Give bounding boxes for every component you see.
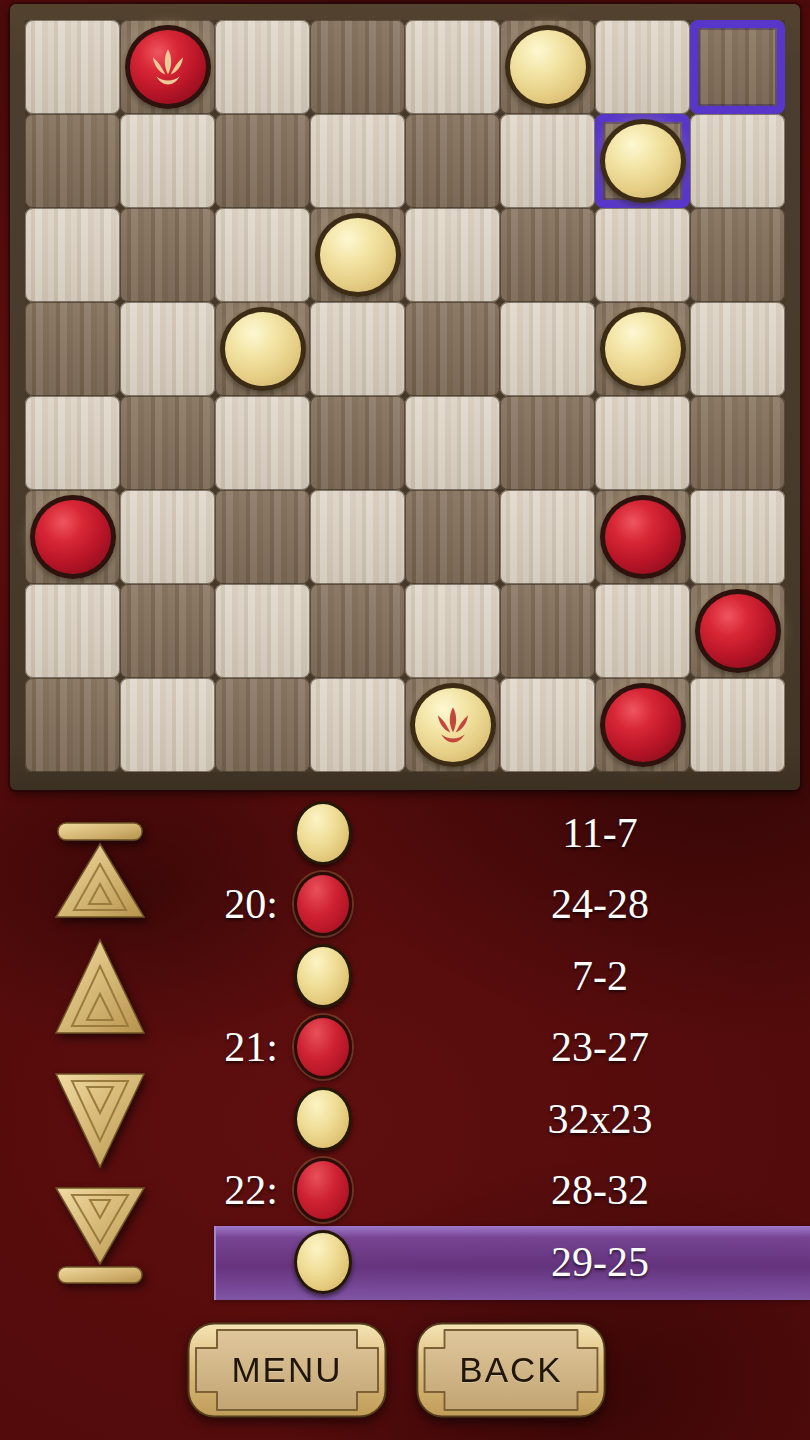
square-r8c8 bbox=[690, 678, 785, 772]
square-r8c4 bbox=[310, 678, 405, 772]
square-r3c8[interactable] bbox=[690, 208, 785, 302]
step-back-icon bbox=[52, 936, 148, 1036]
red-man-piece[interactable] bbox=[695, 589, 781, 673]
square-r1c7 bbox=[595, 20, 690, 114]
move-number: 21: bbox=[140, 1023, 278, 1071]
square-r1c1 bbox=[25, 20, 120, 114]
square-r3c2[interactable] bbox=[120, 208, 215, 302]
square-r3c4[interactable] bbox=[310, 208, 405, 302]
square-r4c1[interactable] bbox=[25, 302, 120, 396]
move-side-checker bbox=[294, 1015, 352, 1079]
square-r1c4[interactable] bbox=[310, 20, 405, 114]
yellow-king-piece[interactable] bbox=[410, 683, 496, 767]
square-r2c5[interactable] bbox=[405, 114, 500, 208]
square-r1c8[interactable] bbox=[690, 20, 785, 114]
square-r4c3[interactable] bbox=[215, 302, 310, 396]
jump-to-end-button[interactable] bbox=[52, 1186, 148, 1286]
red-man-piece[interactable] bbox=[600, 495, 686, 579]
square-r8c7[interactable] bbox=[595, 678, 690, 772]
square-r5c4[interactable] bbox=[310, 396, 405, 490]
square-r6c3[interactable] bbox=[215, 490, 310, 584]
move-notation: 11-7 bbox=[430, 809, 770, 857]
step-forward-button[interactable] bbox=[52, 1070, 148, 1170]
square-r5c8[interactable] bbox=[690, 396, 785, 490]
square-r5c1 bbox=[25, 396, 120, 490]
checkers-game-screen: 11-7 20: 24-28 7-2 21: 23-27 32x23 22: 2… bbox=[0, 0, 810, 1440]
move-number: 20: bbox=[140, 880, 278, 928]
square-r6c7[interactable] bbox=[595, 490, 690, 584]
square-r6c4 bbox=[310, 490, 405, 584]
move-number: 22: bbox=[140, 1166, 278, 1214]
square-r6c2 bbox=[120, 490, 215, 584]
move-notation: 32x23 bbox=[430, 1095, 770, 1143]
square-r7c1 bbox=[25, 584, 120, 678]
square-r8c6 bbox=[500, 678, 595, 772]
square-r5c5 bbox=[405, 396, 500, 490]
square-r4c6 bbox=[500, 302, 595, 396]
square-r3c3 bbox=[215, 208, 310, 302]
square-r3c1 bbox=[25, 208, 120, 302]
back-button[interactable]: BACK bbox=[416, 1322, 606, 1418]
square-r4c4 bbox=[310, 302, 405, 396]
red-man-piece[interactable] bbox=[30, 495, 116, 579]
king-crown-icon bbox=[431, 704, 475, 746]
square-r7c8[interactable] bbox=[690, 584, 785, 678]
square-r2c2 bbox=[120, 114, 215, 208]
square-r1c2[interactable] bbox=[120, 20, 215, 114]
move-side-checker bbox=[294, 1087, 352, 1151]
square-r7c6[interactable] bbox=[500, 584, 595, 678]
jump-to-start-icon bbox=[52, 820, 148, 920]
square-r2c8 bbox=[690, 114, 785, 208]
square-r2c4 bbox=[310, 114, 405, 208]
square-r2c7[interactable] bbox=[595, 114, 690, 208]
square-r6c6 bbox=[500, 490, 595, 584]
square-r7c5 bbox=[405, 584, 500, 678]
move-notation: 28-32 bbox=[430, 1166, 770, 1214]
step-forward-icon bbox=[52, 1070, 148, 1170]
move-side-checker bbox=[294, 1230, 352, 1294]
move-side-checker bbox=[294, 872, 352, 936]
red-king-piece[interactable] bbox=[125, 25, 211, 109]
square-r6c5[interactable] bbox=[405, 490, 500, 584]
square-r5c3 bbox=[215, 396, 310, 490]
move-notation: 29-25 bbox=[430, 1238, 770, 1286]
square-r3c6[interactable] bbox=[500, 208, 595, 302]
jump-to-start-button[interactable] bbox=[52, 820, 148, 920]
square-r2c1[interactable] bbox=[25, 114, 120, 208]
square-r8c1[interactable] bbox=[25, 678, 120, 772]
board-grid bbox=[25, 20, 785, 772]
square-r5c6[interactable] bbox=[500, 396, 595, 490]
square-r4c8 bbox=[690, 302, 785, 396]
king-crown-icon bbox=[146, 46, 190, 88]
square-r1c6[interactable] bbox=[500, 20, 595, 114]
menu-button-label: MENU bbox=[231, 1350, 342, 1390]
square-r7c2[interactable] bbox=[120, 584, 215, 678]
square-r3c5 bbox=[405, 208, 500, 302]
square-r4c5[interactable] bbox=[405, 302, 500, 396]
yellow-man-piece[interactable] bbox=[600, 119, 686, 203]
menu-button[interactable]: MENU bbox=[187, 1322, 387, 1418]
square-r3c7 bbox=[595, 208, 690, 302]
square-r8c2 bbox=[120, 678, 215, 772]
checkers-board bbox=[10, 4, 800, 790]
move-notation: 7-2 bbox=[430, 952, 770, 1000]
move-notation: 23-27 bbox=[430, 1023, 770, 1071]
square-r6c1[interactable] bbox=[25, 490, 120, 584]
move-side-checker bbox=[294, 944, 352, 1008]
square-r7c7 bbox=[595, 584, 690, 678]
square-r7c4[interactable] bbox=[310, 584, 405, 678]
move-notation: 24-28 bbox=[430, 880, 770, 928]
square-r2c6 bbox=[500, 114, 595, 208]
square-r2c3[interactable] bbox=[215, 114, 310, 208]
square-r4c7[interactable] bbox=[595, 302, 690, 396]
square-r5c2[interactable] bbox=[120, 396, 215, 490]
square-r8c3[interactable] bbox=[215, 678, 310, 772]
back-button-label: BACK bbox=[459, 1350, 562, 1390]
yellow-man-piece[interactable] bbox=[505, 25, 591, 109]
move-side-checker bbox=[294, 1158, 352, 1222]
square-r8c5[interactable] bbox=[405, 678, 500, 772]
yellow-man-piece[interactable] bbox=[220, 307, 306, 391]
red-man-piece[interactable] bbox=[600, 683, 686, 767]
move-side-checker bbox=[294, 801, 352, 865]
square-r1c5 bbox=[405, 20, 500, 114]
yellow-man-piece[interactable] bbox=[315, 213, 401, 297]
square-r1c3 bbox=[215, 20, 310, 114]
square-r5c7 bbox=[595, 396, 690, 490]
square-r7c3 bbox=[215, 584, 310, 678]
square-r4c2 bbox=[120, 302, 215, 396]
jump-to-end-icon bbox=[52, 1186, 148, 1286]
step-back-button[interactable] bbox=[52, 936, 148, 1036]
yellow-man-piece[interactable] bbox=[600, 307, 686, 391]
square-r6c8 bbox=[690, 490, 785, 584]
